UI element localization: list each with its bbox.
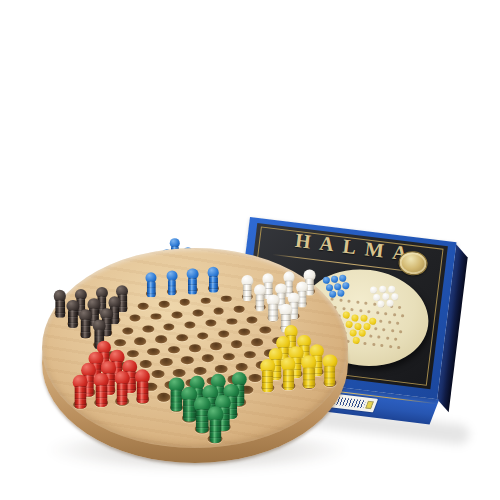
hole-r4c8[interactable] <box>221 295 231 302</box>
peg-body <box>209 419 222 443</box>
peg-blue[interactable] <box>208 267 219 292</box>
peg-black[interactable] <box>79 310 92 339</box>
peg-black[interactable] <box>54 290 66 317</box>
peg-body <box>95 384 107 406</box>
hole-r4c5[interactable] <box>159 301 170 308</box>
hole-r6c7[interactable] <box>226 318 237 325</box>
hole-r9c7[interactable] <box>243 351 255 359</box>
peg-red[interactable] <box>94 373 109 407</box>
hole-r10c7[interactable] <box>235 363 248 371</box>
hole-r7c4[interactable] <box>176 334 188 341</box>
hole-r4c4[interactable] <box>138 303 149 310</box>
hole-r8c2[interactable] <box>147 348 159 356</box>
peg-body <box>137 381 149 403</box>
hole-r8c4[interactable] <box>189 344 201 352</box>
peg-blue[interactable] <box>145 272 157 298</box>
hole-r8c3[interactable] <box>168 346 180 354</box>
peg-body <box>283 369 294 390</box>
hole-r9c4[interactable] <box>181 356 193 364</box>
peg-body <box>268 304 278 322</box>
peg-body <box>188 277 197 294</box>
peg-yellow[interactable] <box>260 359 275 392</box>
hole-r4c6[interactable] <box>180 299 191 306</box>
peg-yellow[interactable] <box>323 354 338 387</box>
peg-body <box>324 365 335 386</box>
peg-white[interactable] <box>241 275 253 301</box>
peg-blue[interactable] <box>166 270 177 296</box>
peg-white[interactable] <box>254 285 266 312</box>
peg-blue[interactable] <box>187 269 198 294</box>
hole-r8c1[interactable] <box>127 350 139 358</box>
hole-r11c8[interactable] <box>248 374 261 382</box>
peg-body <box>81 320 91 339</box>
hole-r10c5[interactable] <box>194 367 207 375</box>
hole-r7c5[interactable] <box>197 332 209 339</box>
peg-red[interactable] <box>135 369 150 403</box>
hole-r6c8[interactable] <box>247 316 258 323</box>
hole-r5c4[interactable] <box>151 313 162 320</box>
hole-r10c6[interactable] <box>215 365 228 373</box>
peg-green[interactable] <box>207 406 224 443</box>
peg-yellow[interactable] <box>302 356 317 389</box>
peg-body <box>55 300 64 318</box>
peg-red[interactable] <box>114 371 129 405</box>
hole-r5c7[interactable] <box>213 308 224 315</box>
hole-r7c6[interactable] <box>218 330 230 337</box>
peg-body <box>262 370 273 392</box>
game-board <box>0 0 500 500</box>
peg-body <box>68 310 78 328</box>
hole-r4c7[interactable] <box>200 297 210 304</box>
hole-r10c3[interactable] <box>152 370 165 378</box>
hole-r5c3[interactable] <box>130 315 141 322</box>
hole-r5c6[interactable] <box>192 309 203 316</box>
hole-r5c5[interactable] <box>172 311 183 318</box>
hole-r9c5[interactable] <box>202 355 214 363</box>
peg-body <box>304 367 315 388</box>
product-photo-scene: HALMA <box>0 0 500 500</box>
peg-body <box>243 284 252 301</box>
peg-body <box>74 386 86 408</box>
hole-r9c3[interactable] <box>160 358 172 366</box>
peg-red[interactable] <box>73 374 88 408</box>
peg-body <box>147 281 156 298</box>
peg-white[interactable] <box>267 294 279 322</box>
peg-black[interactable] <box>67 300 80 328</box>
hole-r10c4[interactable] <box>173 369 186 377</box>
hole-r5c8[interactable] <box>234 306 245 313</box>
peg-body <box>167 279 176 296</box>
peg-body <box>209 276 218 293</box>
peg-body <box>256 294 265 312</box>
peg-yellow[interactable] <box>281 357 296 390</box>
peg-body <box>116 383 128 405</box>
hole-r9c2[interactable] <box>139 360 152 368</box>
hole-r9c6[interactable] <box>223 353 235 361</box>
